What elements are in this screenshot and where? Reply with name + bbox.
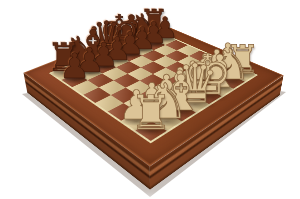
piece-contact-shadow <box>119 117 153 126</box>
piece-black-queen-d8: ♛ <box>67 16 147 60</box>
piece-white-pawn-h2: ♟ <box>188 39 268 72</box>
piece-white-rook-h1: ♜ <box>202 40 282 79</box>
piece-black-pawn-c7: ♟ <box>64 38 144 71</box>
piece-contact-shadow <box>75 70 104 77</box>
piece-contact-shadow <box>141 42 167 49</box>
piece-contact-shadow <box>146 116 187 127</box>
piece-contact-shadow <box>117 52 144 59</box>
piece-contact-shadow <box>90 64 118 71</box>
piece-contact-shadow <box>202 71 231 78</box>
piece-black-pawn-d7: ♟ <box>77 33 157 65</box>
piece-contact-shadow <box>88 51 126 61</box>
piece-white-pawn-c2: ♟ <box>126 70 206 108</box>
piece-contact-shadow <box>172 99 218 111</box>
piece-contact-shadow <box>184 90 231 102</box>
piece-black-knight-b8: ♞ <box>39 32 119 72</box>
piece-white-bishop-f1: ♝ <box>180 49 260 95</box>
piece-contact-shadow <box>76 57 111 66</box>
piece-contact-shadow <box>60 77 90 85</box>
piece-white-pawn-a2: ♟ <box>96 85 176 125</box>
piece-white-pawn-f2: ♟ <box>165 50 245 85</box>
piece-black-bishop-c8: ♝ <box>53 25 133 66</box>
piece-contact-shadow <box>128 36 158 44</box>
piece-contact-shadow <box>62 63 96 72</box>
piece-contact-shadow <box>213 77 249 86</box>
piece-contact-shadow <box>150 100 182 108</box>
piece-white-knight-g1: ♞ <box>191 44 271 86</box>
piece-white-king-e1: ♚ <box>168 47 248 103</box>
piece-black-rook-h8: ♜ <box>114 6 194 39</box>
piece-white-pawn-b2: ♟ <box>112 78 192 117</box>
piece-black-king-e8: ♚ <box>79 9 159 55</box>
chess-set-photo: ♜♞♝♛♚♝♞♜♟♟♟♟♟♟♟♟♟♟♟♟♟♟♟♟♜♞♝♛♚♝♞♜ <box>0 0 300 199</box>
piece-black-pawn-e7: ♟ <box>90 28 170 59</box>
piece-black-pawn-a7: ♟ <box>35 49 115 84</box>
piece-white-pawn-d2: ♟ <box>140 63 220 100</box>
piece-contact-shadow <box>129 47 155 54</box>
chess-pieces-layer: ♜♞♝♛♚♝♞♜♟♟♟♟♟♟♟♟♟♟♟♟♟♟♟♟♜♞♝♛♚♝♞♜ <box>0 0 300 199</box>
piece-contact-shadow <box>190 78 220 86</box>
piece-white-pawn-e2: ♟ <box>153 57 233 93</box>
piece-contact-shadow <box>135 108 168 117</box>
piece-white-knight-b1: ♞ <box>127 78 207 127</box>
piece-contact-shadow <box>153 37 178 43</box>
piece-contact-shadow <box>100 45 139 55</box>
piece-black-bishop-f8: ♝ <box>92 11 172 49</box>
piece-contact-shadow <box>140 32 168 39</box>
piece-contact-shadow <box>164 92 195 100</box>
piece-contact-shadow <box>160 107 202 118</box>
piece-white-pawn-g2: ♟ <box>177 45 257 79</box>
piece-contact-shadow <box>104 58 131 65</box>
piece-contact-shadow <box>201 84 240 94</box>
piece-black-pawn-b7: ♟ <box>50 44 130 78</box>
piece-contact-shadow <box>131 126 172 137</box>
piece-black-pawn-h7: ♟ <box>125 14 205 43</box>
piece-black-knight-g8: ♞ <box>103 9 183 44</box>
piece-black-rook-a8: ♜ <box>24 39 104 78</box>
piece-contact-shadow <box>48 69 81 78</box>
piece-white-rook-a1: ♜ <box>111 89 191 137</box>
piece-contact-shadow <box>178 85 209 93</box>
piece-black-pawn-f7: ♟ <box>102 23 182 54</box>
piece-contact-shadow <box>226 71 259 80</box>
piece-contact-shadow <box>115 41 147 49</box>
piece-contact-shadow <box>214 65 242 72</box>
piece-white-queen-d1: ♛ <box>155 57 235 111</box>
piece-white-bishop-c1: ♝ <box>141 69 221 119</box>
piece-black-pawn-g7: ♟ <box>114 18 194 48</box>
